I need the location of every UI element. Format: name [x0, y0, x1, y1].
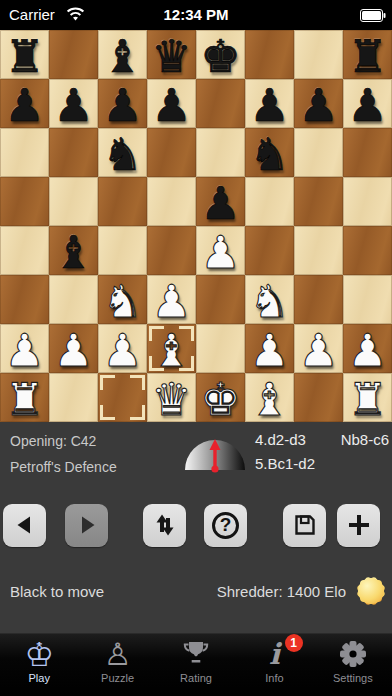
square-a1[interactable]: ♜	[0, 373, 49, 422]
square-f7[interactable]: ♟	[245, 79, 294, 128]
piece-black-queen: ♛	[147, 30, 196, 79]
square-d4[interactable]	[147, 226, 196, 275]
question-icon: ?	[212, 512, 239, 539]
status-bar: Carrier 12:34 PM	[0, 0, 392, 30]
tab-rating[interactable]: Rating	[157, 634, 235, 696]
piece-white-knight: ♞	[98, 275, 147, 324]
piece-white-knight: ♞	[245, 275, 294, 324]
square-d7[interactable]: ♟	[147, 79, 196, 128]
piece-black-knight: ♞	[245, 128, 294, 177]
square-a4[interactable]	[0, 226, 49, 275]
square-e2[interactable]	[196, 324, 245, 373]
shredder-chess-app: Carrier 12:34 PM ♜♝♛♚♜♟♟♟♟♟♟♟♞♞♟♝♟♞♟♞♟♟♟…	[0, 0, 392, 696]
piece-black-king: ♚	[196, 30, 245, 79]
square-c7[interactable]: ♟	[98, 79, 147, 128]
tab-label: Rating	[180, 672, 212, 684]
square-h1[interactable]: ♜	[343, 373, 392, 422]
chess-board: ♜♝♛♚♜♟♟♟♟♟♟♟♞♞♟♝♟♞♟♞♟♟♟♝♟♟♟♜♛♚♝♜	[0, 30, 392, 422]
piece-white-queen: ♛	[147, 373, 196, 422]
opening-name: Petroff's Defence	[10, 459, 117, 475]
notification-badge: 1	[285, 634, 303, 652]
square-d8[interactable]: ♛	[147, 30, 196, 79]
square-a2[interactable]: ♟	[0, 324, 49, 373]
piece-black-pawn: ♟	[343, 79, 392, 128]
square-g2[interactable]: ♟	[294, 324, 343, 373]
king-crown-icon: ♔	[24, 638, 54, 671]
square-h4[interactable]	[343, 226, 392, 275]
hint-button[interactable]: ?	[204, 504, 247, 547]
last-move-marker	[179, 326, 194, 341]
last-move-marker	[149, 326, 164, 341]
square-e1[interactable]: ♚	[196, 373, 245, 422]
tab-settings[interactable]: Settings	[314, 634, 392, 696]
piece-white-pawn: ♟	[245, 324, 294, 373]
piece-white-pawn: ♟	[49, 324, 98, 373]
piece-white-king: ♚	[196, 373, 245, 422]
square-a6[interactable]	[0, 128, 49, 177]
evaluation-gauge-icon	[184, 437, 246, 477]
square-b3[interactable]	[49, 275, 98, 324]
piece-white-bishop: ♝	[245, 373, 294, 422]
square-c3[interactable]: ♞	[98, 275, 147, 324]
piece-white-rook: ♜	[0, 373, 49, 422]
square-e8[interactable]: ♚	[196, 30, 245, 79]
last-move-marker	[100, 405, 115, 420]
tab-bar: ♔ Play ♙ Puzzle Rating i Info 1	[0, 633, 392, 696]
last-move-marker	[100, 375, 115, 390]
square-c4[interactable]	[98, 226, 147, 275]
toolbar: ?	[0, 490, 392, 560]
square-c8[interactable]: ♝	[98, 30, 147, 79]
piece-black-rook: ♜	[343, 30, 392, 79]
square-h3[interactable]	[343, 275, 392, 324]
square-d2[interactable]: ♝	[147, 324, 196, 373]
square-g5[interactable]	[294, 177, 343, 226]
move-black: Nb8-c6	[341, 431, 389, 448]
info-icon: i	[269, 639, 280, 669]
piece-white-pawn: ♟	[343, 324, 392, 373]
square-f1[interactable]: ♝	[245, 373, 294, 422]
save-button[interactable]	[283, 504, 326, 547]
clock-time: 12:34 PM	[0, 6, 392, 23]
square-g4[interactable]	[294, 226, 343, 275]
square-g6[interactable]	[294, 128, 343, 177]
tab-label: Info	[265, 672, 283, 684]
piece-black-rook: ♜	[0, 30, 49, 79]
piece-white-rook: ♜	[343, 373, 392, 422]
forward-button[interactable]	[65, 504, 108, 547]
engine-strength-label[interactable]: Shredder: 1400 Elo	[217, 583, 346, 600]
square-e6[interactable]	[196, 128, 245, 177]
tab-info[interactable]: i Info 1	[235, 634, 313, 696]
piece-black-pawn: ♟	[147, 79, 196, 128]
flip-moves-button[interactable]	[143, 504, 186, 547]
tab-label: Play	[29, 672, 50, 684]
square-g3[interactable]	[294, 275, 343, 324]
move-list: 4.d2-d3 Nb8-c6 5.Bc1-d2	[255, 431, 389, 472]
square-c1[interactable]	[98, 373, 147, 422]
piece-white-pawn: ♟	[147, 275, 196, 324]
square-f2[interactable]: ♟	[245, 324, 294, 373]
square-h5[interactable]	[343, 177, 392, 226]
piece-white-pawn: ♟	[294, 324, 343, 373]
square-e3[interactable]	[196, 275, 245, 324]
square-a3[interactable]	[0, 275, 49, 324]
piece-black-bishop: ♝	[98, 30, 147, 79]
move-white: 4.d2-d3	[255, 431, 306, 448]
move-current: 5.Bc1-d2	[255, 455, 389, 472]
tab-label: Puzzle	[101, 672, 134, 684]
square-h7[interactable]: ♟	[343, 79, 392, 128]
square-d3[interactable]: ♟	[147, 275, 196, 324]
square-g1[interactable]	[294, 373, 343, 422]
piece-black-pawn: ♟	[196, 177, 245, 226]
piece-black-pawn: ♟	[294, 79, 343, 128]
square-f6[interactable]: ♞	[245, 128, 294, 177]
back-button[interactable]	[3, 504, 46, 547]
square-h2[interactable]: ♟	[343, 324, 392, 373]
square-g7[interactable]: ♟	[294, 79, 343, 128]
last-move-marker	[130, 375, 145, 390]
square-e4[interactable]: ♟	[196, 226, 245, 275]
tab-play[interactable]: ♔ Play	[0, 634, 78, 696]
square-c5[interactable]	[98, 177, 147, 226]
piece-black-pawn: ♟	[49, 79, 98, 128]
square-e5[interactable]: ♟	[196, 177, 245, 226]
battery-icon	[360, 8, 386, 26]
gold-medal-icon	[353, 573, 389, 609]
opening-code: Opening: C42	[10, 433, 96, 449]
square-c2[interactable]: ♟	[98, 324, 147, 373]
square-b7[interactable]: ♟	[49, 79, 98, 128]
square-f5[interactable]	[245, 177, 294, 226]
square-c6[interactable]: ♞	[98, 128, 147, 177]
trophy-icon	[181, 637, 211, 671]
last-move-marker	[179, 356, 194, 371]
piece-black-pawn: ♟	[0, 79, 49, 128]
square-e7[interactable]	[196, 79, 245, 128]
square-h8[interactable]: ♜	[343, 30, 392, 79]
square-b4[interactable]: ♝	[49, 226, 98, 275]
square-f8[interactable]	[245, 30, 294, 79]
square-b8[interactable]	[49, 30, 98, 79]
square-g8[interactable]	[294, 30, 343, 79]
square-b1[interactable]	[49, 373, 98, 422]
gear-icon	[338, 637, 368, 671]
piece-black-pawn: ♟	[245, 79, 294, 128]
square-a7[interactable]: ♟	[0, 79, 49, 128]
piece-black-pawn: ♟	[98, 79, 147, 128]
last-move-marker	[149, 356, 164, 371]
new-game-button[interactable]	[337, 504, 380, 547]
square-d1[interactable]: ♛	[147, 373, 196, 422]
last-move-marker	[130, 405, 145, 420]
turn-indicator: Black to move	[10, 583, 104, 600]
pawn-icon: ♙	[104, 638, 132, 671]
tab-puzzle[interactable]: ♙ Puzzle	[78, 634, 156, 696]
info-panel: Opening: C42 Petroff's Defence 4.d2-d3 N…	[0, 422, 392, 490]
square-b5[interactable]	[49, 177, 98, 226]
status-row: Black to move Shredder: 1400 Elo	[0, 560, 392, 633]
piece-black-bishop: ♝	[49, 226, 98, 275]
tab-label: Settings	[333, 672, 373, 684]
piece-white-pawn: ♟	[98, 324, 147, 373]
square-d6[interactable]	[147, 128, 196, 177]
square-d5[interactable]	[147, 177, 196, 226]
square-a5[interactable]	[0, 177, 49, 226]
piece-white-pawn: ♟	[0, 324, 49, 373]
square-a8[interactable]: ♜	[0, 30, 49, 79]
square-h6[interactable]	[343, 128, 392, 177]
square-f4[interactable]	[245, 226, 294, 275]
square-b2[interactable]: ♟	[49, 324, 98, 373]
piece-black-knight: ♞	[98, 128, 147, 177]
square-f3[interactable]: ♞	[245, 275, 294, 324]
square-b6[interactable]	[49, 128, 98, 177]
piece-white-pawn: ♟	[196, 226, 245, 275]
